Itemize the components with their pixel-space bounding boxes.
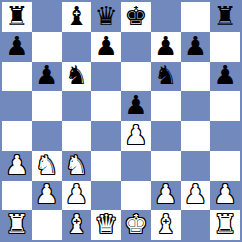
square-b1[interactable] [32, 210, 62, 240]
square-b3[interactable]: ♞ [32, 151, 62, 181]
square-e2[interactable] [121, 181, 151, 211]
piece-black-pawn[interactable]: ♟ [5, 33, 28, 59]
piece-white-rook[interactable]: ♜ [213, 211, 236, 237]
square-f6[interactable]: ♞ [151, 62, 181, 92]
piece-white-pawn[interactable]: ♟ [5, 152, 28, 178]
square-e3[interactable] [121, 151, 151, 181]
piece-black-king[interactable]: ♚ [124, 3, 147, 29]
square-c3[interactable]: ♞ [62, 151, 92, 181]
square-g6[interactable] [181, 62, 211, 92]
piece-black-queen[interactable]: ♛ [94, 3, 117, 29]
piece-white-knight[interactable]: ♞ [65, 152, 88, 178]
square-e7[interactable] [121, 32, 151, 62]
square-b4[interactable] [32, 121, 62, 151]
piece-white-king[interactable]: ♚ [124, 211, 147, 237]
square-d6[interactable] [91, 62, 121, 92]
piece-black-pawn[interactable]: ♟ [35, 62, 58, 88]
piece-black-pawn[interactable]: ♟ [184, 33, 207, 59]
piece-black-pawn[interactable]: ♟ [94, 33, 117, 59]
square-a7[interactable]: ♟ [2, 32, 32, 62]
piece-white-pawn[interactable]: ♟ [154, 181, 177, 207]
square-d5[interactable] [91, 91, 121, 121]
square-f2[interactable]: ♟ [151, 181, 181, 211]
piece-white-pawn[interactable]: ♟ [124, 122, 147, 148]
piece-black-rook[interactable]: ♜ [5, 3, 28, 29]
square-f1[interactable]: ♝ [151, 210, 181, 240]
square-g7[interactable]: ♟ [181, 32, 211, 62]
piece-black-knight[interactable]: ♞ [65, 62, 88, 88]
square-a4[interactable] [2, 121, 32, 151]
square-d2[interactable] [91, 181, 121, 211]
piece-black-knight[interactable]: ♞ [154, 62, 177, 88]
square-d1[interactable]: ♛ [91, 210, 121, 240]
square-h6[interactable]: ♟ [210, 62, 240, 92]
square-b6[interactable]: ♟ [32, 62, 62, 92]
piece-white-rook[interactable]: ♜ [5, 211, 28, 237]
square-b2[interactable]: ♟ [32, 181, 62, 211]
square-g3[interactable] [181, 151, 211, 181]
square-f8[interactable] [151, 2, 181, 32]
square-e1[interactable]: ♚ [121, 210, 151, 240]
piece-white-pawn[interactable]: ♟ [35, 181, 58, 207]
square-h3[interactable] [210, 151, 240, 181]
square-e5[interactable]: ♟ [121, 91, 151, 121]
square-d4[interactable] [91, 121, 121, 151]
square-c7[interactable] [62, 32, 92, 62]
square-d3[interactable] [91, 151, 121, 181]
square-f4[interactable] [151, 121, 181, 151]
piece-white-pawn[interactable]: ♟ [184, 181, 207, 207]
square-a2[interactable] [2, 181, 32, 211]
piece-black-rook[interactable]: ♜ [213, 3, 236, 29]
piece-white-bishop[interactable]: ♝ [154, 211, 177, 237]
square-h1[interactable]: ♜ [210, 210, 240, 240]
square-g4[interactable] [181, 121, 211, 151]
square-b7[interactable] [32, 32, 62, 62]
square-a5[interactable] [2, 91, 32, 121]
square-a3[interactable]: ♟ [2, 151, 32, 181]
square-h8[interactable]: ♜ [210, 2, 240, 32]
piece-white-bishop[interactable]: ♝ [65, 211, 88, 237]
square-c8[interactable]: ♝ [62, 2, 92, 32]
square-e4[interactable]: ♟ [121, 121, 151, 151]
square-c6[interactable]: ♞ [62, 62, 92, 92]
square-a8[interactable]: ♜ [2, 2, 32, 32]
square-c5[interactable] [62, 91, 92, 121]
square-g5[interactable] [181, 91, 211, 121]
piece-white-pawn[interactable]: ♟ [213, 181, 236, 207]
square-f5[interactable] [151, 91, 181, 121]
square-c1[interactable]: ♝ [62, 210, 92, 240]
square-a6[interactable] [2, 62, 32, 92]
square-h5[interactable] [210, 91, 240, 121]
piece-black-pawn[interactable]: ♟ [124, 92, 147, 118]
square-c4[interactable] [62, 121, 92, 151]
piece-white-queen[interactable]: ♛ [94, 211, 117, 237]
square-b8[interactable] [32, 2, 62, 32]
square-h2[interactable]: ♟ [210, 181, 240, 211]
square-e8[interactable]: ♚ [121, 2, 151, 32]
square-g8[interactable] [181, 2, 211, 32]
square-g2[interactable]: ♟ [181, 181, 211, 211]
piece-black-pawn[interactable]: ♟ [154, 33, 177, 59]
square-d7[interactable]: ♟ [91, 32, 121, 62]
square-f3[interactable] [151, 151, 181, 181]
square-c2[interactable]: ♟ [62, 181, 92, 211]
piece-black-bishop[interactable]: ♝ [65, 3, 88, 29]
square-h4[interactable] [210, 121, 240, 151]
piece-white-knight[interactable]: ♞ [35, 152, 58, 178]
square-d8[interactable]: ♛ [91, 2, 121, 32]
square-b5[interactable] [32, 91, 62, 121]
square-g1[interactable] [181, 210, 211, 240]
square-h7[interactable] [210, 32, 240, 62]
piece-black-pawn[interactable]: ♟ [213, 62, 236, 88]
square-a1[interactable]: ♜ [2, 210, 32, 240]
square-e6[interactable] [121, 62, 151, 92]
chess-board: ♜♝♛♚♜♟♟♟♟♟♞♞♟♟♟♟♞♞♟♟♟♟♟♜♝♛♚♝♜ [0, 0, 242, 242]
piece-white-pawn[interactable]: ♟ [65, 181, 88, 207]
square-f7[interactable]: ♟ [151, 32, 181, 62]
